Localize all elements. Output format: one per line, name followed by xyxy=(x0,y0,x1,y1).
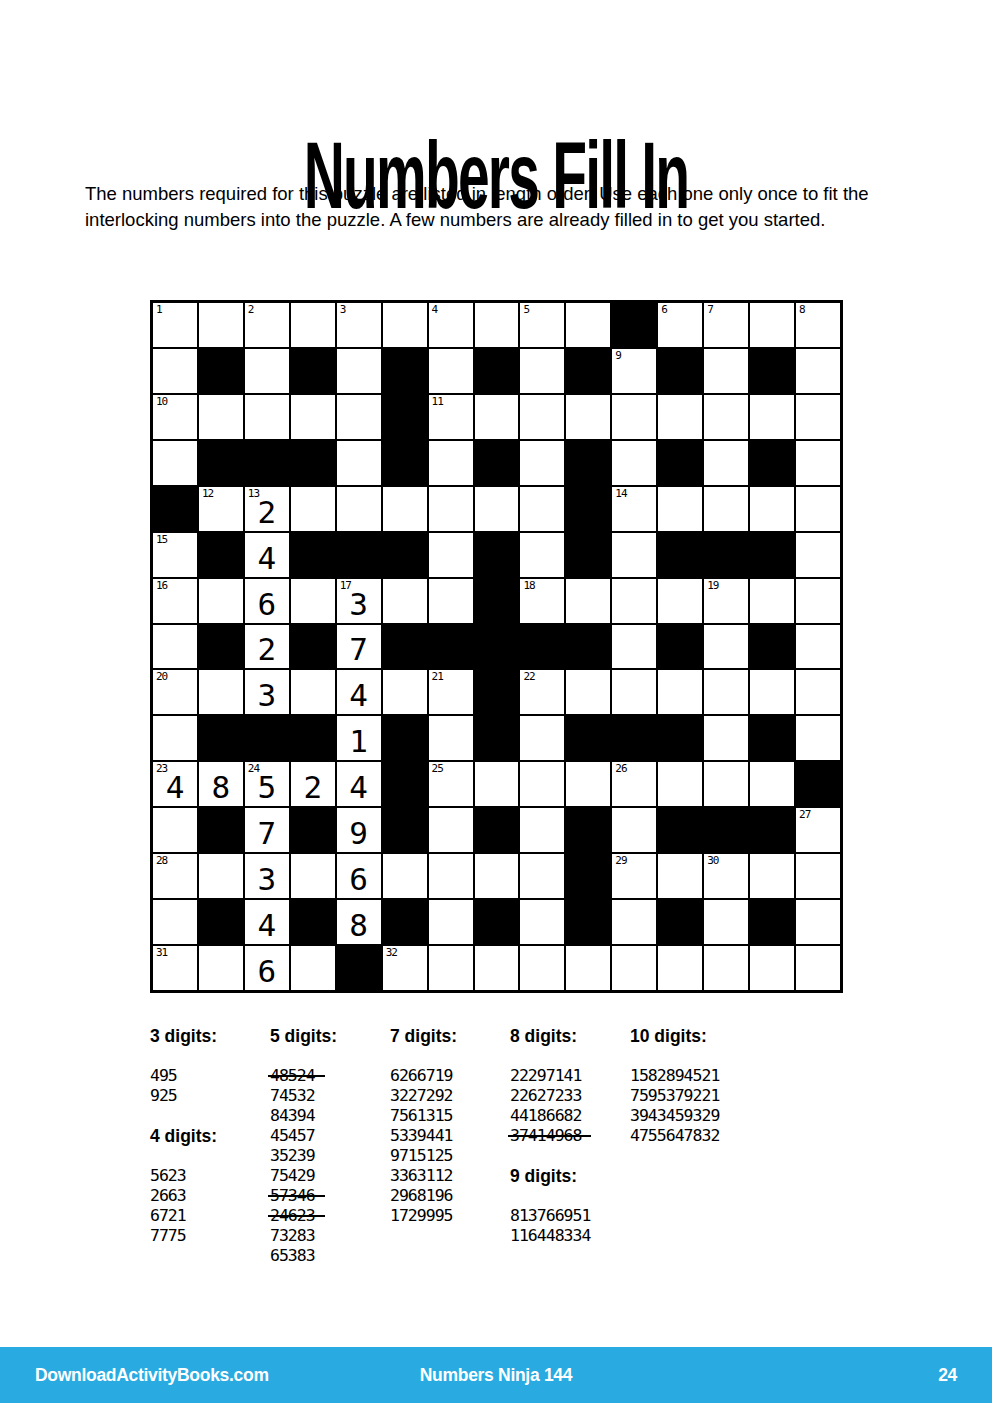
cell-r9c2[interactable] xyxy=(199,670,243,714)
cell-r4c4-black xyxy=(291,441,335,485)
cell-r9c8-black xyxy=(475,670,519,714)
list-header-row: 10 digits: xyxy=(630,1026,750,1046)
cell-r14c15[interactable] xyxy=(796,900,840,944)
prefilled-digit: 4 xyxy=(349,765,368,803)
cell-r4c15[interactable] xyxy=(796,441,840,485)
cell-r14c10-black xyxy=(566,900,610,944)
cell-r11c12[interactable] xyxy=(658,762,702,806)
cell-r9c11[interactable] xyxy=(612,670,656,714)
footer-puzzle-name: Numbers Ninja 144 xyxy=(0,1365,992,1386)
cell-r9c15[interactable] xyxy=(796,670,840,714)
clue-number: 29 xyxy=(615,855,626,867)
cell-r7c11[interactable] xyxy=(612,579,656,623)
cell-r6c11[interactable] xyxy=(612,533,656,577)
cell-r6c6-black xyxy=(383,533,427,577)
cell-r6c13-black xyxy=(704,533,748,577)
cell-r15c7[interactable] xyxy=(429,946,473,990)
cell-r9c9[interactable]: 22 xyxy=(520,670,564,714)
list-blank-row xyxy=(630,1146,750,1166)
cell-r15c8[interactable] xyxy=(475,946,519,990)
list-number-row: 813766951 xyxy=(510,1206,630,1226)
cell-r15c6[interactable]: 32 xyxy=(383,946,427,990)
cell-r1c2[interactable] xyxy=(199,303,243,347)
cell-r12c5[interactable]: 9 xyxy=(337,808,381,852)
cell-r15c13[interactable] xyxy=(704,946,748,990)
list-header-row: 4 digits: xyxy=(150,1126,270,1146)
list-header-row: 9 digits: xyxy=(510,1166,630,1186)
prefilled-digit: 7 xyxy=(349,627,368,665)
cell-r2c3[interactable] xyxy=(245,349,289,393)
list-number: 7561315 xyxy=(390,1106,453,1125)
list-number: 495 xyxy=(150,1066,177,1085)
cell-r10c3-black xyxy=(245,716,289,760)
list-blank-row xyxy=(630,1206,750,1226)
prefilled-digit: 7 xyxy=(257,811,276,849)
list-blank-row xyxy=(630,1226,750,1246)
cell-r6c7[interactable] xyxy=(429,533,473,577)
cell-r9c1[interactable]: 20 xyxy=(153,670,197,714)
cell-r10c6-black xyxy=(383,716,427,760)
list-number-row: 9715125 xyxy=(390,1146,510,1166)
cell-r11c15-black xyxy=(796,762,840,806)
cell-r8c4-black xyxy=(291,625,335,669)
cell-r1c13[interactable]: 7 xyxy=(704,303,748,347)
cell-r15c11[interactable] xyxy=(612,946,656,990)
cell-r6c12-black xyxy=(658,533,702,577)
cell-r5c7[interactable] xyxy=(429,487,473,531)
list-number: 44186682 xyxy=(510,1106,581,1125)
clue-number: 4 xyxy=(432,304,438,316)
cell-r5c11[interactable]: 14 xyxy=(612,487,656,531)
cell-r4c13[interactable] xyxy=(704,441,748,485)
cell-r6c4-black xyxy=(291,533,335,577)
cell-r14c12-black xyxy=(658,900,702,944)
cell-r14c14-black xyxy=(750,900,794,944)
list-number: 813766951 xyxy=(510,1206,590,1225)
cell-r13c15[interactable] xyxy=(796,854,840,898)
clue-number: 32 xyxy=(386,947,397,959)
cell-r13c13[interactable]: 30 xyxy=(704,854,748,898)
cell-r11c11[interactable]: 26 xyxy=(612,762,656,806)
cell-r11c4[interactable]: 2 xyxy=(291,762,335,806)
cell-r2c13[interactable] xyxy=(704,349,748,393)
clue-number: 20 xyxy=(156,671,167,683)
cell-r13c2[interactable] xyxy=(199,854,243,898)
cell-r11c2[interactable]: 8 xyxy=(199,762,243,806)
list-blank-row xyxy=(630,1046,750,1066)
list-blank-row xyxy=(390,1226,510,1246)
cell-r13c12[interactable] xyxy=(658,854,702,898)
cell-r3c13[interactable] xyxy=(704,395,748,439)
clue-number: 18 xyxy=(523,580,534,592)
cell-r12c1[interactable] xyxy=(153,808,197,852)
prefilled-digit: 9 xyxy=(349,811,368,849)
cell-r5c14[interactable] xyxy=(750,487,794,531)
cell-r5c2[interactable]: 12 xyxy=(199,487,243,531)
cell-r11c7[interactable]: 25 xyxy=(429,762,473,806)
cell-r1c9[interactable]: 5 xyxy=(520,303,564,347)
cell-r2c10-black xyxy=(566,349,610,393)
cell-r5c15[interactable] xyxy=(796,487,840,531)
list-header-row: 3 digits: xyxy=(150,1026,270,1046)
list-number: 925 xyxy=(150,1086,177,1105)
cell-r8c13[interactable] xyxy=(704,625,748,669)
clue-number: 2 xyxy=(248,304,254,316)
list-number-row: 495 xyxy=(150,1066,270,1086)
cell-r3c12[interactable] xyxy=(658,395,702,439)
list-number: 9715125 xyxy=(390,1146,453,1165)
cell-r1c3[interactable]: 2 xyxy=(245,303,289,347)
cell-r10c10-black xyxy=(566,716,610,760)
cell-r4c3-black xyxy=(245,441,289,485)
cell-r11c6-black xyxy=(383,762,427,806)
cell-r7c7[interactable] xyxy=(429,579,473,623)
cell-r13c3[interactable]: 3 xyxy=(245,854,289,898)
cell-r7c13[interactable]: 19 xyxy=(704,579,748,623)
list-number: 84394 xyxy=(270,1106,315,1125)
cell-r3c7[interactable]: 11 xyxy=(429,395,473,439)
list-number: 7595379221 xyxy=(630,1086,719,1105)
cell-r3c15[interactable] xyxy=(796,395,840,439)
cell-r13c5[interactable]: 6 xyxy=(337,854,381,898)
clue-number: 5 xyxy=(523,304,529,316)
cell-r7c1[interactable]: 16 xyxy=(153,579,197,623)
prefilled-digit: 3 xyxy=(257,857,276,895)
list-header: 7 digits: xyxy=(390,1026,457,1046)
cell-r7c9[interactable]: 18 xyxy=(520,579,564,623)
cell-r12c11[interactable] xyxy=(612,808,656,852)
prefilled-digit: 2 xyxy=(303,765,322,803)
cell-r7c12[interactable] xyxy=(658,579,702,623)
list-header: 10 digits: xyxy=(630,1026,707,1046)
list-number: 4755647832 xyxy=(630,1126,719,1145)
cell-r8c14-black xyxy=(750,625,794,669)
cell-r3c3[interactable] xyxy=(245,395,289,439)
cell-r14c7[interactable] xyxy=(429,900,473,944)
puzzle-grid: 1234567891011121321415416617318192720342… xyxy=(150,300,843,993)
cell-r5c1-black xyxy=(153,487,197,531)
cell-r11c3[interactable]: 245 xyxy=(245,762,289,806)
cell-r1c7[interactable]: 4 xyxy=(429,303,473,347)
cell-r2c8-black xyxy=(475,349,519,393)
cell-r8c11[interactable] xyxy=(612,625,656,669)
cell-r9c13[interactable] xyxy=(704,670,748,714)
cell-r3c2[interactable] xyxy=(199,395,243,439)
cell-r4c9[interactable] xyxy=(520,441,564,485)
number-lists: 3 digits:4959254 digits:5623266367217775… xyxy=(150,1026,750,1266)
list-number: 5339441 xyxy=(390,1126,453,1145)
cell-r11c13[interactable] xyxy=(704,762,748,806)
list-blank-row xyxy=(630,1246,750,1266)
prefilled-digit: 8 xyxy=(212,765,231,803)
cell-r15c10[interactable] xyxy=(566,946,610,990)
cell-r11c8[interactable] xyxy=(475,762,519,806)
cell-r5c8[interactable] xyxy=(475,487,519,531)
list-number-row: 73283 xyxy=(270,1226,390,1246)
cell-r1c6[interactable] xyxy=(383,303,427,347)
cell-r14c3[interactable]: 4 xyxy=(245,900,289,944)
list-number-struck: 24623 xyxy=(270,1206,315,1226)
cell-r1c4[interactable] xyxy=(291,303,335,347)
cell-r4c11[interactable] xyxy=(612,441,656,485)
prefilled-digit: 3 xyxy=(257,673,276,711)
list-number-struck: 57346 xyxy=(270,1186,315,1206)
cell-r4c5[interactable] xyxy=(337,441,381,485)
cell-r5c13[interactable] xyxy=(704,487,748,531)
cell-r10c7[interactable] xyxy=(429,716,473,760)
cell-r12c2-black xyxy=(199,808,243,852)
cell-r9c12[interactable] xyxy=(658,670,702,714)
cell-r1c12[interactable]: 6 xyxy=(658,303,702,347)
list-number-row: 24623 xyxy=(270,1206,390,1226)
cell-r12c8-black xyxy=(475,808,519,852)
cell-r13c10-black xyxy=(566,854,610,898)
cell-r6c1[interactable]: 15 xyxy=(153,533,197,577)
cell-r9c4[interactable] xyxy=(291,670,335,714)
list-number: 73283 xyxy=(270,1226,315,1245)
cell-r1c14[interactable] xyxy=(750,303,794,347)
list-number-row: 6721 xyxy=(150,1206,270,1226)
list-number-row: 84394 xyxy=(270,1106,390,1126)
cell-r8c3[interactable]: 2 xyxy=(245,625,289,669)
cell-r4c14-black xyxy=(750,441,794,485)
cell-r12c12-black xyxy=(658,808,702,852)
list-number-row: 3363112 xyxy=(390,1166,510,1186)
cell-r3c10[interactable] xyxy=(566,395,610,439)
cell-r9c7[interactable]: 21 xyxy=(429,670,473,714)
cell-r12c3[interactable]: 7 xyxy=(245,808,289,852)
cell-r5c9[interactable] xyxy=(520,487,564,531)
cell-r1c1[interactable]: 1 xyxy=(153,303,197,347)
cell-r5c12[interactable] xyxy=(658,487,702,531)
prefilled-digit: 4 xyxy=(166,765,185,803)
list-header: 4 digits: xyxy=(150,1126,217,1146)
cell-r1c10[interactable] xyxy=(566,303,610,347)
cell-r10c4-black xyxy=(291,716,335,760)
cell-r8c8-black xyxy=(475,625,519,669)
prefilled-digit: 4 xyxy=(349,673,368,711)
cell-r11c9[interactable] xyxy=(520,762,564,806)
prefilled-digit: 4 xyxy=(257,903,276,941)
cell-r4c7[interactable] xyxy=(429,441,473,485)
clue-number: 13 xyxy=(248,488,259,500)
list-blank-row xyxy=(150,1146,270,1166)
cell-r10c9[interactable] xyxy=(520,716,564,760)
cell-r13c7[interactable] xyxy=(429,854,473,898)
cell-r10c15[interactable] xyxy=(796,716,840,760)
cell-r6c10-black xyxy=(566,533,610,577)
clue-number: 15 xyxy=(156,534,167,546)
cell-r12c7[interactable] xyxy=(429,808,473,852)
cell-r8c15[interactable] xyxy=(796,625,840,669)
cell-r2c6-black xyxy=(383,349,427,393)
cell-r14c5[interactable]: 8 xyxy=(337,900,381,944)
cell-r15c9[interactable] xyxy=(520,946,564,990)
cell-r14c9[interactable] xyxy=(520,900,564,944)
cell-r9c6[interactable] xyxy=(383,670,427,714)
cell-r7c5[interactable]: 173 xyxy=(337,579,381,623)
list-header: 8 digits: xyxy=(510,1026,577,1046)
list-number-row: 6266719 xyxy=(390,1066,510,1086)
clue-number: 24 xyxy=(248,763,259,775)
list-blank-row xyxy=(630,1166,750,1186)
cell-r9c3[interactable]: 3 xyxy=(245,670,289,714)
cell-r14c2-black xyxy=(199,900,243,944)
cell-r14c13[interactable] xyxy=(704,900,748,944)
list-number-row: 4755647832 xyxy=(630,1126,750,1146)
cell-r3c5[interactable] xyxy=(337,395,381,439)
cell-r2c5[interactable] xyxy=(337,349,381,393)
cell-r12c10-black xyxy=(566,808,610,852)
cell-r10c13[interactable] xyxy=(704,716,748,760)
list-number-row: 57346 xyxy=(270,1186,390,1206)
list-blank-row xyxy=(510,1046,630,1066)
cell-r1c5[interactable]: 3 xyxy=(337,303,381,347)
cell-r4c1[interactable] xyxy=(153,441,197,485)
cell-r7c2[interactable] xyxy=(199,579,243,623)
cell-r7c15[interactable] xyxy=(796,579,840,623)
cell-r13c11[interactable]: 29 xyxy=(612,854,656,898)
list-number-row: 35239 xyxy=(270,1146,390,1166)
prefilled-digit: 2 xyxy=(257,627,276,665)
cell-r2c9[interactable] xyxy=(520,349,564,393)
cell-r6c15[interactable] xyxy=(796,533,840,577)
cell-r5c10-black xyxy=(566,487,610,531)
cell-r11c1[interactable]: 234 xyxy=(153,762,197,806)
cell-r10c5[interactable]: 1 xyxy=(337,716,381,760)
clue-number: 7 xyxy=(707,304,713,316)
clue-number: 26 xyxy=(615,763,626,775)
cell-r5c3[interactable]: 132 xyxy=(245,487,289,531)
cell-r1c8[interactable] xyxy=(475,303,519,347)
cell-r8c5[interactable]: 7 xyxy=(337,625,381,669)
cell-r7c6[interactable] xyxy=(383,579,427,623)
cell-r4c2-black xyxy=(199,441,243,485)
cell-r7c3[interactable]: 6 xyxy=(245,579,289,623)
cell-r9c5[interactable]: 4 xyxy=(337,670,381,714)
clue-number: 23 xyxy=(156,763,167,775)
clue-number: 10 xyxy=(156,396,167,408)
prefilled-digit: 1 xyxy=(349,719,368,757)
cell-r11c5[interactable]: 4 xyxy=(337,762,381,806)
cell-r14c1[interactable] xyxy=(153,900,197,944)
cell-r15c4[interactable] xyxy=(291,946,335,990)
cell-r15c14[interactable] xyxy=(750,946,794,990)
cell-r13c14[interactable] xyxy=(750,854,794,898)
cell-r14c11[interactable] xyxy=(612,900,656,944)
clue-number: 3 xyxy=(340,304,346,316)
number-list-column-1: 3 digits:4959254 digits:5623266367217775 xyxy=(150,1026,270,1266)
cell-r13c1[interactable]: 28 xyxy=(153,854,197,898)
clue-number: 31 xyxy=(156,947,167,959)
list-number: 75429 xyxy=(270,1166,315,1185)
cell-r8c6-black xyxy=(383,625,427,669)
list-blank-row xyxy=(510,1246,630,1266)
cell-r2c15[interactable] xyxy=(796,349,840,393)
cell-r9c14[interactable] xyxy=(750,670,794,714)
list-number-row: 1729995 xyxy=(390,1206,510,1226)
list-number-row: 22627233 xyxy=(510,1086,630,1106)
cell-r12c15[interactable]: 27 xyxy=(796,808,840,852)
cell-r11c14[interactable] xyxy=(750,762,794,806)
clue-number: 8 xyxy=(799,304,805,316)
list-number: 2663 xyxy=(150,1186,186,1205)
cell-r6c3[interactable]: 4 xyxy=(245,533,289,577)
cell-r3c1[interactable]: 10 xyxy=(153,395,197,439)
cell-r12c9[interactable] xyxy=(520,808,564,852)
cell-r5c4[interactable] xyxy=(291,487,335,531)
cell-r5c5[interactable] xyxy=(337,487,381,531)
cell-r3c9[interactable] xyxy=(520,395,564,439)
cell-r3c4[interactable] xyxy=(291,395,335,439)
cell-r3c11[interactable] xyxy=(612,395,656,439)
cell-r10c1[interactable] xyxy=(153,716,197,760)
cell-r15c15[interactable] xyxy=(796,946,840,990)
list-number: 65383 xyxy=(270,1246,315,1265)
list-number: 5623 xyxy=(150,1166,186,1185)
cell-r2c1[interactable] xyxy=(153,349,197,393)
list-number-row: 7775 xyxy=(150,1226,270,1246)
list-number-row: 65383 xyxy=(270,1246,390,1266)
list-number: 3363112 xyxy=(390,1166,453,1185)
cell-r7c14[interactable] xyxy=(750,579,794,623)
list-number-row: 2968196 xyxy=(390,1186,510,1206)
cell-r2c7[interactable] xyxy=(429,349,473,393)
cell-r15c12[interactable] xyxy=(658,946,702,990)
cell-r7c10[interactable] xyxy=(566,579,610,623)
cell-r6c9[interactable] xyxy=(520,533,564,577)
cell-r13c8[interactable] xyxy=(475,854,519,898)
cell-r3c8[interactable] xyxy=(475,395,519,439)
clue-number: 17 xyxy=(340,580,351,592)
list-blank-row xyxy=(390,1246,510,1266)
cell-r8c1[interactable] xyxy=(153,625,197,669)
cell-r15c2[interactable] xyxy=(199,946,243,990)
list-header-row: 5 digits: xyxy=(270,1026,390,1046)
cell-r2c12-black xyxy=(658,349,702,393)
cell-r13c4[interactable] xyxy=(291,854,335,898)
list-header-row: 7 digits: xyxy=(390,1026,510,1046)
footer-bar: DownloadActivityBooks.com Numbers Ninja … xyxy=(0,1347,992,1403)
cell-r3c14[interactable] xyxy=(750,395,794,439)
cell-r7c4[interactable] xyxy=(291,579,335,623)
cell-r5c6[interactable] xyxy=(383,487,427,531)
list-number: 22297141 xyxy=(510,1066,581,1085)
list-number: 6266719 xyxy=(390,1066,453,1085)
cell-r15c1[interactable]: 31 xyxy=(153,946,197,990)
list-number: 74532 xyxy=(270,1086,315,1105)
cell-r13c6[interactable] xyxy=(383,854,427,898)
cell-r11c10[interactable] xyxy=(566,762,610,806)
clue-number: 9 xyxy=(615,350,621,362)
cell-r15c5-black xyxy=(337,946,381,990)
clue-number: 22 xyxy=(523,671,534,683)
cell-r13c9[interactable] xyxy=(520,854,564,898)
number-list-column-2: 5 digits:4852474532843944545735239754295… xyxy=(270,1026,390,1266)
list-blank-row xyxy=(270,1046,390,1066)
cell-r10c11-black xyxy=(612,716,656,760)
list-number-row: 2663 xyxy=(150,1186,270,1206)
clue-number: 12 xyxy=(202,488,213,500)
cell-r1c15[interactable]: 8 xyxy=(796,303,840,347)
clue-number: 1 xyxy=(156,304,162,316)
cell-r7c8-black xyxy=(475,579,519,623)
cell-r2c11[interactable]: 9 xyxy=(612,349,656,393)
cell-r9c10[interactable] xyxy=(566,670,610,714)
instructions-text: The numbers required for this puzzle are… xyxy=(85,181,930,233)
cell-r15c3[interactable]: 6 xyxy=(245,946,289,990)
cell-r8c10-black xyxy=(566,625,610,669)
